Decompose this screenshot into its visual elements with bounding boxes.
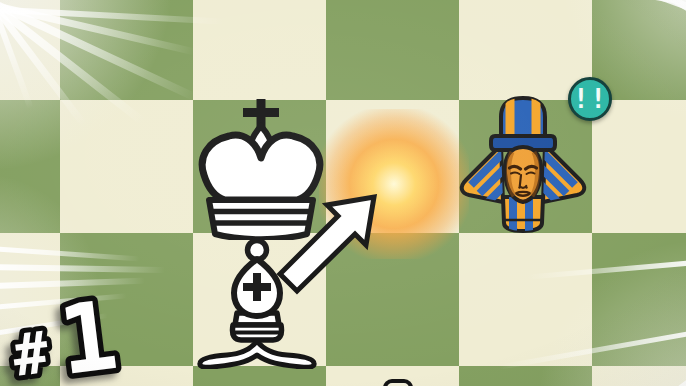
- white-bishop-icon: [193, 237, 326, 369]
- pharaoh-piece[interactable]: [453, 95, 593, 237]
- square-c3r0[interactable]: [326, 0, 459, 100]
- square-c5r2[interactable]: [592, 233, 686, 366]
- brilliant-move-badge: !!: [568, 77, 612, 121]
- square-c1r1[interactable]: [60, 100, 193, 233]
- highlight-glow[interactable]: [319, 109, 469, 259]
- piece-top-peek: [383, 379, 413, 386]
- rank-number: 1: [53, 281, 123, 386]
- white-king-icon: [195, 96, 327, 240]
- thumbnail-stage: !! # 1: [0, 0, 686, 386]
- white-bishop[interactable]: [193, 237, 326, 369]
- square-c4r3[interactable]: [459, 366, 592, 386]
- square-c0r0[interactable]: [0, 0, 60, 100]
- badge-label: !!: [573, 85, 608, 114]
- square-c5r3[interactable]: [592, 366, 686, 386]
- square-c2r0[interactable]: [193, 0, 326, 100]
- square-c0r1[interactable]: [0, 100, 60, 233]
- square-c4r2[interactable]: [459, 233, 592, 366]
- square-c5r1[interactable]: [592, 100, 686, 233]
- square-c1r0[interactable]: [60, 0, 193, 100]
- rank-label: # 1: [0, 281, 180, 386]
- white-king[interactable]: [195, 96, 327, 240]
- pharaoh-icon: [453, 95, 593, 237]
- rank-hash: #: [9, 318, 52, 386]
